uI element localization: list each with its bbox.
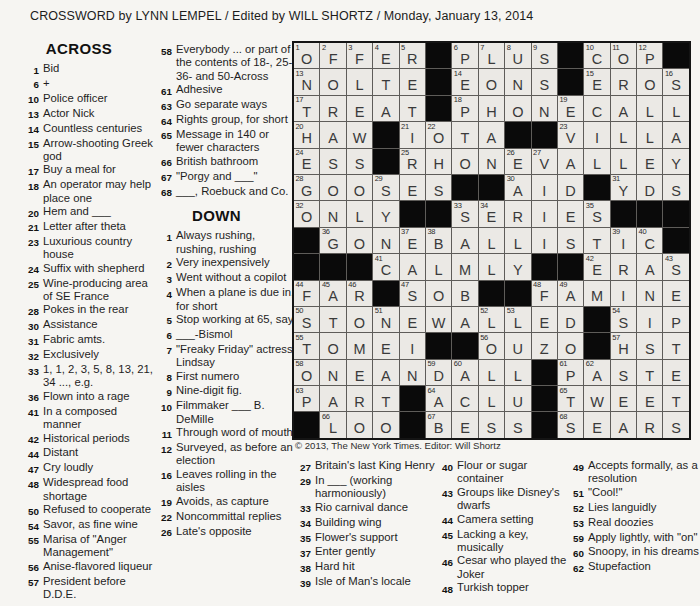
grid-cell[interactable]: 43S	[663, 254, 688, 279]
grid-cell[interactable]: R	[611, 69, 636, 94]
grid-cell[interactable]: I	[611, 281, 636, 306]
grid-cell[interactable]: 3F	[347, 43, 372, 68]
clue-text: Buy a meal for	[43, 163, 154, 178]
black-cell	[637, 201, 662, 226]
grid-cell[interactable]: H	[426, 149, 451, 174]
cell-letter: T	[400, 96, 425, 121]
grid-cell[interactable]: E	[663, 360, 688, 385]
grid-cell[interactable]: T	[663, 333, 688, 358]
clue-text: Nine-digit fig.	[176, 384, 296, 399]
grid-cell[interactable]: S	[426, 175, 451, 200]
grid-cell[interactable]: E	[347, 360, 372, 385]
grid-cell[interactable]: 51N	[373, 307, 398, 332]
grid-cell[interactable]: B	[452, 281, 477, 306]
clue-text: ___-Bismol	[176, 328, 296, 343]
grid-cell[interactable]: D	[637, 175, 662, 200]
grid-cell[interactable]: C	[452, 386, 477, 411]
grid-cell[interactable]: O	[637, 69, 662, 94]
grid-cell[interactable]: T	[400, 96, 425, 121]
clue-number: 43	[436, 486, 457, 513]
cell-letter: H	[479, 96, 504, 121]
grid-cell[interactable]: S	[532, 69, 557, 94]
grid-cell[interactable]: 1O	[294, 43, 319, 68]
grid-cell[interactable]: 49A	[558, 281, 583, 306]
grid-cell[interactable]: S	[320, 149, 345, 174]
grid-cell[interactable]: O	[479, 69, 504, 94]
cell-letter: E	[373, 333, 398, 358]
clue-text: When a plane is due in, for short	[176, 286, 296, 313]
grid-cell[interactable]: A	[611, 412, 636, 437]
cell-letter: R	[637, 412, 662, 437]
cell-letter: F	[320, 43, 345, 68]
clue-item: 51"Cool!"	[567, 486, 700, 501]
grid-cell[interactable]: S	[558, 228, 583, 253]
cell-letter: H	[426, 149, 451, 174]
clue-text: Historical periods	[43, 432, 154, 447]
grid-cell[interactable]: T	[373, 386, 398, 411]
grid-cell[interactable]: D	[558, 307, 583, 332]
cell-letter: C	[373, 254, 398, 279]
grid-cell[interactable]: 64A	[426, 386, 451, 411]
cell-letter: E	[532, 307, 557, 332]
grid-cell[interactable]: U	[505, 386, 530, 411]
cell-letter: I	[532, 201, 557, 226]
grid-cell[interactable]: N	[373, 228, 398, 253]
cell-letter: O	[558, 333, 583, 358]
grid-cell[interactable]: S	[479, 412, 504, 437]
black-cell	[400, 386, 425, 411]
grid-cell[interactable]: E	[347, 96, 372, 121]
black-cell	[505, 281, 530, 306]
grid-cell[interactable]: O	[347, 307, 372, 332]
grid-cell[interactable]: T	[584, 228, 609, 253]
grid-cell[interactable]: 58O	[294, 360, 319, 385]
clue-number: 4	[155, 286, 176, 313]
clue-text: Suffix with shepherd	[43, 262, 154, 277]
grid-cell[interactable]: C	[584, 96, 609, 121]
grid-cell[interactable]: 12P	[637, 43, 662, 68]
grid-cell[interactable]: 48F	[532, 281, 557, 306]
grid-cell[interactable]: 20H	[294, 122, 319, 147]
cell-letter	[663, 43, 688, 68]
clue-item: 25Wine-producing area of SE France	[22, 277, 154, 304]
grid-cell[interactable]: 18P	[452, 96, 477, 121]
grid-cell[interactable]: 22O	[426, 122, 451, 147]
grid-cell[interactable]: T	[663, 386, 688, 411]
black-cell	[347, 254, 372, 279]
cell-letter: Z	[532, 333, 557, 358]
clue-text: Snoopy, in his dreams	[588, 545, 700, 560]
grid-cell[interactable]: P	[663, 307, 688, 332]
grid-cell[interactable]: 24E	[294, 149, 319, 174]
cell-letter: S	[505, 412, 530, 437]
grid-cell[interactable]: O	[373, 412, 398, 437]
grid-cell[interactable]: A	[452, 228, 477, 253]
across-clue-list: 1Bid6+10Police officer13Actor Nick14Coun…	[22, 62, 154, 601]
cell-letter: O	[479, 69, 504, 94]
grid-cell[interactable]: 23V	[558, 122, 583, 147]
grid-cell[interactable]: 36G	[320, 228, 345, 253]
grid-cell[interactable]: Y	[373, 201, 398, 226]
clue-number: 57	[22, 575, 43, 602]
cell-letter: C	[584, 96, 609, 121]
black-cell	[373, 281, 398, 306]
grid-cell[interactable]: 16S	[663, 69, 688, 94]
grid-cell[interactable]: E	[637, 149, 662, 174]
cell-letter: L	[426, 254, 451, 279]
grid-cell[interactable]: E	[637, 386, 662, 411]
grid-cell[interactable]: M	[452, 254, 477, 279]
grid-cell[interactable]: O	[347, 412, 372, 437]
grid-cell[interactable]: I	[532, 201, 557, 226]
cell-letter: O	[426, 122, 451, 147]
grid-cell[interactable]: N	[532, 96, 557, 121]
clue-number: 30	[22, 318, 43, 333]
clue-item: 60Snoopy, in his dreams	[567, 545, 700, 560]
grid-cell[interactable]: A	[320, 386, 345, 411]
cell-letter: Y	[611, 175, 636, 200]
cell-letter: A	[400, 254, 425, 279]
grid-cell[interactable]: 33S	[452, 201, 477, 226]
clue-text: Went without a copilot	[176, 271, 296, 286]
grid-cell[interactable]: E	[532, 307, 557, 332]
grid-cell[interactable]: 5R	[400, 43, 425, 68]
clue-item: 10Filmmaker ___ B. DeMille	[155, 399, 296, 426]
grid-cell[interactable]: 59D	[426, 360, 451, 385]
clue-item: 48Turkish topper	[436, 581, 570, 596]
cell-letter: L	[479, 307, 504, 332]
grid-cell[interactable]: S	[611, 360, 636, 385]
grid-cell[interactable]: A	[452, 307, 477, 332]
grid-cell[interactable]: 34E	[479, 201, 504, 226]
clue-number: 62	[567, 560, 588, 575]
grid-cell[interactable]: 25R	[400, 149, 425, 174]
grid-cell[interactable]: O	[426, 281, 451, 306]
clue-number: 8	[155, 370, 176, 385]
grid-cell[interactable]: O	[452, 149, 477, 174]
grid-cell[interactable]: 41C	[373, 254, 398, 279]
grid-cell[interactable]: 32O	[294, 201, 319, 226]
clue-number: 68	[155, 185, 176, 200]
cell-letter: N	[320, 360, 345, 385]
clue-text: ___, Roebuck and Co.	[176, 185, 296, 200]
clue-number: 9	[155, 384, 176, 399]
grid-cell[interactable]: 46R	[347, 281, 372, 306]
grid-cell[interactable]: T	[373, 69, 398, 94]
grid-cell[interactable]: L	[584, 149, 609, 174]
grid-cell[interactable]: I	[400, 333, 425, 358]
clue-item: 9Nine-digit fig.	[155, 384, 296, 399]
grid-cell[interactable]: Y	[505, 254, 530, 279]
grid-cell[interactable]: L	[663, 96, 688, 121]
grid-cell[interactable]: N	[479, 149, 504, 174]
cell-letter: E	[373, 43, 398, 68]
grid-cell[interactable]: 26E	[505, 149, 530, 174]
cell-letter: O	[320, 333, 345, 358]
cell-letter: S	[532, 43, 557, 68]
grid-cell[interactable]: A	[479, 122, 504, 147]
grid-cell[interactable]: O	[347, 175, 372, 200]
clue-item: 41In a composed manner	[22, 405, 154, 432]
grid-cell[interactable]: A	[611, 96, 636, 121]
grid-cell[interactable]: I	[637, 307, 662, 332]
clue-number: 6	[155, 328, 176, 343]
cell-letter: S	[452, 201, 477, 226]
grid-cell[interactable]: 17T	[294, 96, 319, 121]
grid-cell[interactable]: S	[663, 175, 688, 200]
grid-cell[interactable]: H	[479, 96, 504, 121]
black-cell	[584, 333, 609, 358]
grid-cell[interactable]: A	[558, 149, 583, 174]
grid-cell[interactable]: E	[452, 412, 477, 437]
cell-letter: E	[400, 228, 425, 253]
grid-cell[interactable]: 67B	[426, 412, 451, 437]
cell-letter: L	[347, 201, 372, 226]
grid-cell[interactable]: 55T	[294, 333, 319, 358]
clue-number: 22	[155, 510, 176, 525]
grid-cell[interactable]: E	[558, 201, 583, 226]
grid-cell[interactable]: 21I	[400, 122, 425, 147]
grid-cell[interactable]: 31Y	[611, 175, 636, 200]
grid-cell[interactable]: 9S	[532, 43, 557, 68]
grid-cell[interactable]: W	[426, 307, 451, 332]
grid-cell[interactable]: 47S	[400, 281, 425, 306]
grid-cell[interactable]: E	[373, 333, 398, 358]
grid-cell[interactable]: S	[505, 412, 530, 437]
clue-text: Hem and ___	[43, 205, 154, 220]
clue-text: Avoids, as capture	[176, 495, 296, 510]
clue-text: Lacking a key, musically	[457, 528, 570, 555]
grid-cell[interactable]: L	[611, 122, 636, 147]
cell-letter: A	[452, 307, 477, 332]
grid-cell[interactable]: 7L	[479, 43, 504, 68]
grid-cell[interactable]: 6P	[452, 43, 477, 68]
grid-cell[interactable]: E	[611, 386, 636, 411]
grid-cell[interactable]: I	[532, 175, 557, 200]
grid-cell[interactable]: O	[320, 175, 345, 200]
grid-cell[interactable]: Y	[663, 149, 688, 174]
grid-cell[interactable]: 42E	[584, 254, 609, 279]
black-cell	[505, 122, 530, 147]
grid-cell[interactable]: L	[637, 122, 662, 147]
grid-cell[interactable]: I	[584, 122, 609, 147]
grid-cell[interactable]: A	[400, 254, 425, 279]
clue-text: An operator may help place one	[43, 178, 154, 205]
grid-cell[interactable]: 8U	[505, 43, 530, 68]
grid-cell[interactable]: 61P	[558, 360, 583, 385]
grid-cell[interactable]: 66L	[320, 412, 345, 437]
clue-number: 48	[22, 476, 43, 503]
grid-cell[interactable]: 28G	[294, 175, 319, 200]
grid-cell[interactable]: R	[637, 412, 662, 437]
clue-number: 20	[22, 205, 43, 220]
clue-item: 33Rio carnival dance	[294, 501, 436, 516]
black-cell	[426, 69, 451, 94]
grid-cell[interactable]: L	[479, 360, 504, 385]
cell-letter: O	[294, 43, 319, 68]
grid-cell[interactable]: 14E	[452, 69, 477, 94]
grid-cell[interactable]: M	[584, 281, 609, 306]
cell-letter	[452, 333, 477, 358]
grid-cell[interactable]: L	[611, 149, 636, 174]
clue-item: 54Savor, as fine wine	[22, 518, 154, 533]
grid-cell[interactable]: 52L	[479, 307, 504, 332]
clue-number: 52	[567, 501, 588, 516]
clue-text: Rights group, for short	[176, 113, 296, 128]
grid-cell[interactable]: S	[637, 333, 662, 358]
clue-text: Lies languidly	[588, 501, 700, 516]
clue-number: 10	[155, 399, 176, 426]
cell-letter: U	[505, 386, 530, 411]
cell-letter: L	[611, 149, 636, 174]
grid-cell[interactable]: N	[320, 360, 345, 385]
grid-cell[interactable]: R	[611, 254, 636, 279]
cell-letter	[373, 281, 398, 306]
cell-letter	[558, 254, 583, 279]
grid-cell[interactable]: 50S	[294, 307, 319, 332]
cell-letter: A	[505, 175, 530, 200]
clue-text: Flown into a rage	[43, 390, 154, 405]
grid-cell[interactable]: 30A	[505, 175, 530, 200]
grid-cell[interactable]: 57H	[611, 333, 636, 358]
grid-cell[interactable]: T	[320, 307, 345, 332]
grid-cell[interactable]: D	[558, 175, 583, 200]
grid-cell[interactable]: R	[347, 386, 372, 411]
clue-text: Noncommittal replies	[176, 510, 296, 525]
grid-cell[interactable]: L	[479, 386, 504, 411]
grid-cell[interactable]: 35S	[584, 201, 609, 226]
down-clue-list: 1Always rushing, rushing, rushing2Very i…	[155, 229, 296, 539]
cell-letter	[532, 386, 557, 411]
grid-cell[interactable]: 39I	[611, 228, 636, 253]
grid-cell[interactable]: N	[320, 201, 345, 226]
grid-cell[interactable]: U	[505, 333, 530, 358]
clue-text: President before D.D.E.	[43, 575, 154, 602]
grid-cell[interactable]: S	[663, 412, 688, 437]
grid-cell[interactable]: 65T	[558, 386, 583, 411]
grid-cell[interactable]: N	[505, 69, 530, 94]
grid-cell[interactable]: O	[505, 96, 530, 121]
grid-cell[interactable]: W	[584, 386, 609, 411]
grid-cell[interactable]: 62A	[584, 360, 609, 385]
grid-cell[interactable]: T	[452, 122, 477, 147]
grid-cell[interactable]: E	[400, 175, 425, 200]
clue-item: 21Letter after theta	[22, 220, 154, 235]
grid-cell[interactable]: L	[347, 201, 372, 226]
grid-cell[interactable]: 60A	[452, 360, 477, 385]
grid-cell[interactable]: E	[400, 69, 425, 94]
clue-number: 2	[155, 256, 176, 271]
grid-cell[interactable]: L	[479, 228, 504, 253]
grid-cell[interactable]: 45A	[320, 281, 345, 306]
grid-cell[interactable]: I	[532, 228, 557, 253]
grid-cell[interactable]: M	[347, 333, 372, 358]
grid-cell[interactable]: 10C	[584, 43, 609, 68]
cell-letter: T	[373, 386, 398, 411]
grid-cell[interactable]: E	[400, 307, 425, 332]
grid-cell[interactable]: 38B	[426, 228, 451, 253]
grid-cell[interactable]: S	[347, 149, 372, 174]
cell-letter: R	[320, 96, 345, 121]
grid-cell[interactable]: L	[505, 228, 530, 253]
grid-cell[interactable]: 29S	[373, 175, 398, 200]
grid-cell[interactable]: 44F	[294, 281, 319, 306]
grid-cell[interactable]: N	[637, 281, 662, 306]
grid-cell[interactable]: A	[663, 122, 688, 147]
down-clue-list-continued: 27Britain's last King Henry29In ___ (wor…	[294, 459, 436, 590]
grid-cell[interactable]: 54S	[611, 307, 636, 332]
grid-cell[interactable]: A	[320, 122, 345, 147]
grid-cell[interactable]: L	[479, 254, 504, 279]
grid-cell[interactable]: L	[426, 254, 451, 279]
grid-cell[interactable]: T	[637, 360, 662, 385]
clue-text: Real doozies	[588, 516, 700, 531]
clue-item: 39Isle of Man's locale	[294, 575, 436, 590]
cell-letter: L	[479, 228, 504, 253]
clue-item: 331, 1, 2, 3, 5, 8, 13, 21, 34 ..., e.g.	[22, 363, 154, 390]
grid-cell[interactable]: 27V	[532, 149, 557, 174]
grid-cell[interactable]: O	[320, 333, 345, 358]
grid-cell[interactable]: O	[347, 228, 372, 253]
cell-letter: E	[558, 96, 583, 121]
clue-item: 6___-Bismol	[155, 328, 296, 343]
clue-item: 62Stupefaction	[567, 560, 700, 575]
grid-cell[interactable]: E	[663, 281, 688, 306]
grid-cell[interactable]: 63P	[294, 386, 319, 411]
cell-letter: S	[400, 281, 425, 306]
grid-cell[interactable]: A	[373, 360, 398, 385]
grid-cell[interactable]: 40C	[637, 228, 662, 253]
grid-cell[interactable]: W	[347, 122, 372, 147]
grid-cell[interactable]: 15E	[584, 69, 609, 94]
grid-cell[interactable]: 2F	[320, 43, 345, 68]
across-clues-column: ACROSS 1Bid6+10Police officer13Actor Nic…	[22, 40, 154, 601]
grid-cell[interactable]: L	[505, 360, 530, 385]
grid-cell[interactable]: L	[637, 96, 662, 121]
grid-cell[interactable]: 11O	[611, 43, 636, 68]
grid-cell[interactable]: 19E	[558, 96, 583, 121]
clue-text: Building wing	[315, 516, 436, 531]
cell-letter	[426, 69, 451, 94]
grid-cell[interactable]: 56O	[479, 333, 504, 358]
grid-cell[interactable]: O	[558, 333, 583, 358]
grid-cell[interactable]: R	[320, 96, 345, 121]
grid-cell[interactable]: L	[347, 69, 372, 94]
cell-letter: E	[584, 254, 609, 279]
clue-text: Apply lightly, with "on"	[588, 531, 700, 546]
grid-cell[interactable]: 37E	[400, 228, 425, 253]
cell-letter: Y	[663, 149, 688, 174]
cell-letter: T	[294, 96, 319, 121]
grid-cell[interactable]: O	[320, 69, 345, 94]
down-clues-column-1: 27Britain's last King Henry29In ___ (wor…	[294, 459, 436, 590]
clue-text: "Freaky Friday" actress Lindsay	[176, 343, 296, 370]
grid-cell[interactable]: A	[373, 96, 398, 121]
grid-cell[interactable]: 53L	[505, 307, 530, 332]
grid-cell[interactable]: E	[584, 412, 609, 437]
cell-letter: O	[347, 175, 372, 200]
cell-letter: I	[400, 122, 425, 147]
grid-cell[interactable]: 68S	[558, 412, 583, 437]
grid-cell[interactable]: 4E	[373, 43, 398, 68]
cell-letter: L	[505, 360, 530, 385]
clue-text: Late's opposite	[176, 525, 296, 540]
grid-cell[interactable]: Z	[532, 333, 557, 358]
grid-cell[interactable]: 13N	[294, 69, 319, 94]
grid-cell[interactable]: A	[637, 254, 662, 279]
grid-cell[interactable]: R	[505, 201, 530, 226]
grid-cell[interactable]: N	[400, 360, 425, 385]
